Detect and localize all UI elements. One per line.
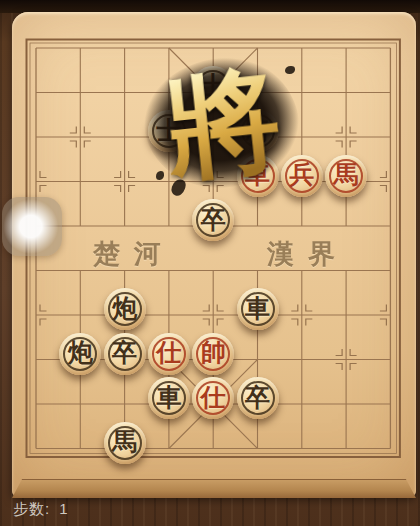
piece-red-soldier[interactable]: 兵 [281, 155, 323, 197]
piece-glyph: 車 [156, 385, 181, 410]
piece-glyph: 馬 [112, 429, 137, 454]
piece-red-chariot[interactable]: 車 [237, 155, 279, 197]
piece-black-chariot[interactable]: 車 [148, 377, 190, 419]
piece-black-general[interactable]: 將 [237, 110, 279, 152]
piece-glyph: 卒 [201, 207, 226, 232]
piece-glyph: 仕 [156, 340, 181, 365]
step-count-value: 1 [59, 500, 68, 517]
piece-black-soldier[interactable]: 卒 [237, 377, 279, 419]
piece-black-soldier[interactable]: 卒 [192, 199, 234, 241]
piece-glyph: 兵 [289, 162, 314, 187]
piece-glyph: 炮 [112, 296, 137, 321]
piece-glyph: 將 [245, 118, 270, 143]
glow-circle-icon [2, 197, 62, 256]
floating-side-button[interactable] [2, 197, 62, 256]
piece-glyph: 車 [245, 296, 270, 321]
river-label-chu-he: 楚河 [93, 236, 175, 272]
piece-glyph: 卒 [245, 385, 270, 410]
status-bar: 步数:1 [13, 500, 69, 519]
piece-glyph: 炮 [68, 340, 93, 365]
piece-black-chariot[interactable]: 車 [237, 288, 279, 330]
piece-glyph: 帥 [201, 340, 226, 365]
piece-red-horse[interactable]: 馬 [325, 155, 367, 197]
piece-red-advisor[interactable]: 仕 [192, 377, 234, 419]
piece-glyph: 士 [201, 73, 226, 98]
piece-glyph: 士 [156, 118, 181, 143]
piece-red-advisor[interactable]: 仕 [148, 333, 190, 375]
piece-glyph: 車 [245, 162, 270, 187]
piece-black-cannon[interactable]: 炮 [59, 333, 101, 375]
piece-glyph: 馬 [334, 162, 359, 187]
piece-black-horse[interactable]: 馬 [104, 422, 146, 464]
piece-glyph: 仕 [201, 385, 226, 410]
piece-red-general[interactable]: 帥 [192, 333, 234, 375]
piece-black-cannon[interactable]: 炮 [104, 288, 146, 330]
step-counter-label: 步数: [13, 500, 50, 517]
piece-black-soldier[interactable]: 卒 [104, 333, 146, 375]
table-front-bevel [12, 479, 416, 498]
piece-black-advisor[interactable]: 士 [148, 110, 190, 152]
xiangqi-app-screen: 楚河 漢界 士士將車兵馬卒炮車炮卒仕帥車仕卒馬 將 步数:1 [0, 0, 420, 526]
river-label-han-jie: 漢界 [267, 236, 349, 272]
piece-black-advisor[interactable]: 士 [192, 66, 234, 108]
piece-glyph: 卒 [112, 340, 137, 365]
